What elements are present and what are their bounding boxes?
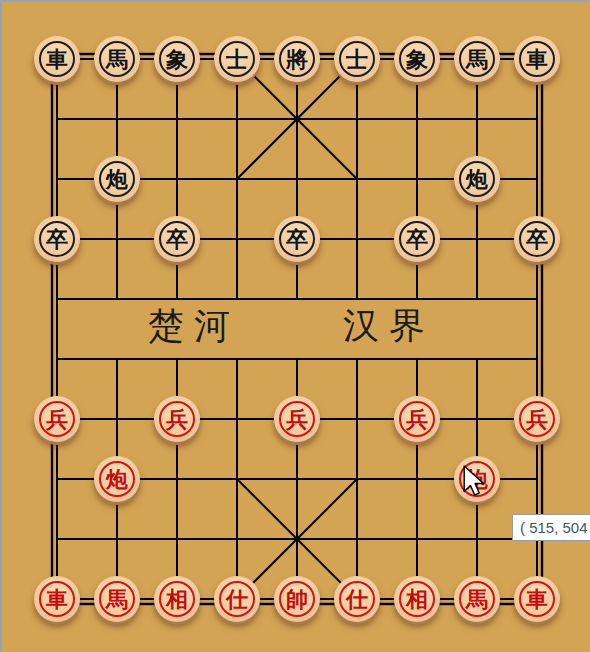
piece-black-advisor[interactable]: 士 bbox=[214, 36, 260, 82]
piece-ring: 兵 bbox=[519, 401, 555, 437]
piece-ring: 卒 bbox=[519, 221, 555, 257]
piece-ring: 仕 bbox=[339, 581, 375, 617]
xiangqi-board-grid: 車馬象士將士象馬車炮炮卒卒卒卒卒兵兵兵兵兵炮炮車馬相仕帥仕相馬車 bbox=[27, 29, 567, 629]
piece-ring: 象 bbox=[399, 41, 435, 77]
piece-ring: 卒 bbox=[279, 221, 315, 257]
piece-glyph: 馬 bbox=[106, 588, 128, 610]
piece-black-elephant[interactable]: 象 bbox=[394, 36, 440, 82]
piece-ring: 兵 bbox=[279, 401, 315, 437]
piece-ring: 馬 bbox=[459, 41, 495, 77]
piece-ring: 炮 bbox=[459, 461, 495, 497]
piece-red-chariot[interactable]: 車 bbox=[514, 576, 560, 622]
piece-glyph: 炮 bbox=[466, 468, 488, 490]
piece-glyph: 馬 bbox=[466, 48, 488, 70]
piece-glyph: 馬 bbox=[106, 48, 128, 70]
piece-glyph: 仕 bbox=[346, 588, 368, 610]
piece-glyph: 士 bbox=[226, 48, 248, 70]
piece-black-chariot[interactable]: 車 bbox=[514, 36, 560, 82]
piece-red-soldier[interactable]: 兵 bbox=[34, 396, 80, 442]
piece-black-elephant[interactable]: 象 bbox=[154, 36, 200, 82]
piece-glyph: 兵 bbox=[166, 408, 188, 430]
piece-red-horse[interactable]: 馬 bbox=[94, 576, 140, 622]
piece-red-soldier[interactable]: 兵 bbox=[154, 396, 200, 442]
piece-glyph: 卒 bbox=[286, 228, 308, 250]
piece-ring: 象 bbox=[159, 41, 195, 77]
piece-glyph: 兵 bbox=[526, 408, 548, 430]
piece-red-horse[interactable]: 馬 bbox=[454, 576, 500, 622]
piece-ring: 相 bbox=[399, 581, 435, 617]
piece-glyph: 卒 bbox=[166, 228, 188, 250]
piece-ring: 車 bbox=[39, 581, 75, 617]
piece-red-soldier[interactable]: 兵 bbox=[274, 396, 320, 442]
piece-glyph: 相 bbox=[406, 588, 428, 610]
piece-black-soldier[interactable]: 卒 bbox=[514, 216, 560, 262]
piece-black-horse[interactable]: 馬 bbox=[94, 36, 140, 82]
piece-glyph: 兵 bbox=[46, 408, 68, 430]
piece-ring: 車 bbox=[519, 581, 555, 617]
piece-glyph: 車 bbox=[46, 48, 68, 70]
piece-red-cannon[interactable]: 炮 bbox=[94, 456, 140, 502]
piece-glyph: 兵 bbox=[406, 408, 428, 430]
piece-black-horse[interactable]: 馬 bbox=[454, 36, 500, 82]
piece-black-cannon[interactable]: 炮 bbox=[94, 156, 140, 202]
piece-red-elephant[interactable]: 相 bbox=[394, 576, 440, 622]
piece-ring: 帥 bbox=[279, 581, 315, 617]
xiangqi-app-window: 楚河 汉界 車馬象士將士象馬車炮炮卒卒卒卒卒兵兵兵兵兵炮炮車馬相仕帥仕相馬車 (… bbox=[0, 0, 590, 652]
piece-black-advisor[interactable]: 士 bbox=[334, 36, 380, 82]
piece-black-soldier[interactable]: 卒 bbox=[34, 216, 80, 262]
piece-ring: 相 bbox=[159, 581, 195, 617]
piece-glyph: 車 bbox=[526, 588, 548, 610]
piece-ring: 車 bbox=[519, 41, 555, 77]
piece-red-advisor[interactable]: 仕 bbox=[334, 576, 380, 622]
piece-glyph: 炮 bbox=[106, 168, 128, 190]
piece-ring: 炮 bbox=[459, 161, 495, 197]
piece-ring: 炮 bbox=[99, 161, 135, 197]
piece-red-chariot[interactable]: 車 bbox=[34, 576, 80, 622]
piece-ring: 馬 bbox=[459, 581, 495, 617]
piece-black-general[interactable]: 將 bbox=[274, 36, 320, 82]
piece-black-soldier[interactable]: 卒 bbox=[274, 216, 320, 262]
piece-ring: 炮 bbox=[99, 461, 135, 497]
coordinate-tooltip: ( 515, 504 bbox=[512, 514, 590, 541]
piece-red-general[interactable]: 帥 bbox=[274, 576, 320, 622]
piece-ring: 卒 bbox=[399, 221, 435, 257]
piece-ring: 兵 bbox=[399, 401, 435, 437]
window-edge-left bbox=[0, 0, 2, 652]
piece-ring: 馬 bbox=[99, 41, 135, 77]
piece-black-cannon[interactable]: 炮 bbox=[454, 156, 500, 202]
piece-glyph: 炮 bbox=[106, 468, 128, 490]
piece-glyph: 兵 bbox=[286, 408, 308, 430]
piece-glyph: 帥 bbox=[286, 588, 308, 610]
piece-red-soldier[interactable]: 兵 bbox=[514, 396, 560, 442]
piece-ring: 車 bbox=[39, 41, 75, 77]
piece-ring: 兵 bbox=[39, 401, 75, 437]
piece-glyph: 將 bbox=[286, 48, 308, 70]
piece-ring: 將 bbox=[279, 41, 315, 77]
piece-red-cannon[interactable]: 炮 bbox=[454, 456, 500, 502]
piece-red-advisor[interactable]: 仕 bbox=[214, 576, 260, 622]
piece-glyph: 相 bbox=[166, 588, 188, 610]
piece-ring: 兵 bbox=[159, 401, 195, 437]
piece-glyph: 馬 bbox=[466, 588, 488, 610]
piece-ring: 馬 bbox=[99, 581, 135, 617]
piece-glyph: 炮 bbox=[466, 168, 488, 190]
piece-ring: 士 bbox=[219, 41, 255, 77]
piece-glyph: 象 bbox=[406, 48, 428, 70]
piece-black-soldier[interactable]: 卒 bbox=[394, 216, 440, 262]
piece-glyph: 仕 bbox=[226, 588, 248, 610]
piece-red-soldier[interactable]: 兵 bbox=[394, 396, 440, 442]
piece-ring: 仕 bbox=[219, 581, 255, 617]
piece-ring: 士 bbox=[339, 41, 375, 77]
piece-ring: 卒 bbox=[39, 221, 75, 257]
piece-glyph: 象 bbox=[166, 48, 188, 70]
piece-red-elephant[interactable]: 相 bbox=[154, 576, 200, 622]
piece-ring: 卒 bbox=[159, 221, 195, 257]
piece-glyph: 卒 bbox=[526, 228, 548, 250]
piece-glyph: 卒 bbox=[406, 228, 428, 250]
piece-glyph: 車 bbox=[46, 588, 68, 610]
piece-black-chariot[interactable]: 車 bbox=[34, 36, 80, 82]
piece-glyph: 車 bbox=[526, 48, 548, 70]
piece-glyph: 卒 bbox=[46, 228, 68, 250]
window-edge-top bbox=[0, 0, 590, 2]
piece-glyph: 士 bbox=[346, 48, 368, 70]
piece-black-soldier[interactable]: 卒 bbox=[154, 216, 200, 262]
